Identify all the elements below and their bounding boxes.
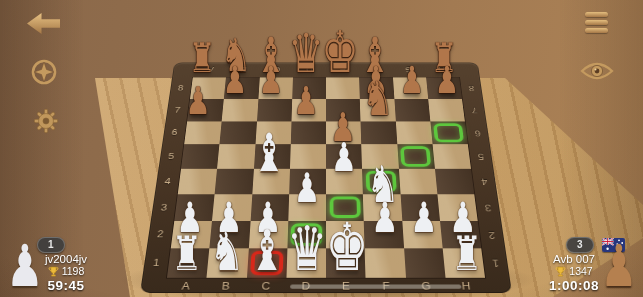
square-b4[interactable] [215,169,254,194]
square-c1[interactable] [246,249,287,278]
player-white-rating: 1198 [62,265,85,277]
square-c7[interactable] [257,99,292,121]
square-h4[interactable] [435,169,475,194]
file-label-top-E: E [326,64,359,75]
rank-label-1: 1 [142,249,169,278]
square-e4[interactable] [326,169,363,194]
player-black-badge: 3 [566,237,594,253]
file-label-A: A [165,279,207,293]
square-f8[interactable] [359,77,394,98]
square-b6[interactable] [220,121,257,144]
rank-label-right-5: 5 [469,144,494,168]
file-label-top-D: D [293,64,326,75]
square-f4[interactable] [362,169,400,194]
square-h8[interactable] [426,77,462,98]
square-e8[interactable] [326,77,360,98]
file-label-top-H: H [425,64,459,75]
board-edge-highlight [290,284,461,288]
square-a1[interactable] [167,249,210,278]
file-label-C: C [246,279,287,293]
square-e7[interactable] [326,99,361,121]
trophy-icon [48,266,59,277]
square-d7[interactable] [291,99,326,121]
square-a5[interactable] [181,144,220,168]
square-b8[interactable] [224,77,259,98]
rank-label-4: 4 [155,169,180,194]
chess-app-screen: ABCDEFGH ABCDEFGH 12345678 12345678 ♜♞♝♛… [0,0,643,297]
square-g8[interactable] [393,77,428,98]
square-g6[interactable] [395,121,432,144]
square-f2[interactable] [364,221,404,249]
player-black-clock: 1:00:08 [535,278,613,293]
square-d3[interactable] [288,194,326,221]
square-f1[interactable] [365,249,406,278]
square-h1[interactable] [442,249,485,278]
square-d4[interactable] [289,169,326,194]
rank-label-6: 6 [162,121,186,144]
square-c2[interactable] [248,221,288,249]
file-label-B: B [205,279,246,293]
square-h7[interactable] [428,99,465,121]
menu-icon[interactable] [585,12,608,36]
eye-icon[interactable] [580,60,614,82]
square-h6[interactable] [430,121,468,144]
rank-label-right-4: 4 [472,169,497,194]
rank-label-right-6: 6 [466,121,490,144]
square-c3[interactable] [250,194,289,221]
square-e2[interactable] [326,221,365,249]
gear-icon[interactable] [32,106,60,136]
menu-bar [585,28,608,33]
square-g7[interactable] [394,99,430,121]
square-a7[interactable] [187,99,224,121]
rank-label-8: 8 [169,77,192,98]
square-a8[interactable] [190,77,226,98]
file-label-top-A: A [193,64,227,75]
file-label-top-G: G [392,64,426,75]
file-labels-top: ABCDEFGH [193,64,459,75]
player-black-name: Avb 007 [535,253,613,265]
square-h3[interactable] [437,194,477,221]
square-a3[interactable] [174,194,214,221]
square-d5[interactable] [290,144,326,168]
square-b1[interactable] [207,249,249,278]
square-g1[interactable] [404,249,446,278]
board-squares [167,77,485,277]
rank-label-7: 7 [166,99,190,121]
square-a2[interactable] [171,221,213,249]
trophy-icon [555,266,566,277]
player-white-panel: jv2004jv 1198 59:45 [27,253,105,293]
square-a4[interactable] [178,169,218,194]
square-d2[interactable] [287,221,326,249]
square-d6[interactable] [291,121,326,144]
square-c4[interactable] [252,169,290,194]
square-g2[interactable] [402,221,443,249]
file-label-top-C: C [260,64,294,75]
square-e6[interactable] [326,121,361,144]
file-label-top-B: B [226,64,260,75]
square-d8[interactable] [292,77,326,98]
rank-label-3: 3 [151,194,177,221]
player-black-panel: Avb 007 1347 1:00:08 [535,253,613,293]
player-black-rating-row: 1347 [535,265,613,277]
menu-bar [585,12,608,17]
compass-icon[interactable] [30,58,58,86]
player-white-clock: 59:45 [27,278,105,293]
rank-label-right-8: 8 [460,77,483,98]
chess-board: ABCDEFGH ABCDEFGH 12345678 12345678 [140,62,512,293]
square-a6[interactable] [184,121,222,144]
square-f5[interactable] [361,144,398,168]
rank-label-right-3: 3 [475,194,501,221]
square-g3[interactable] [400,194,440,221]
rank-label-right-7: 7 [463,99,487,121]
square-h5[interactable] [432,144,471,168]
player-black-rating: 1347 [569,265,592,277]
square-e1[interactable] [326,249,366,278]
square-b5[interactable] [217,144,255,168]
square-f6[interactable] [361,121,397,144]
rank-label-right-1: 1 [482,249,509,278]
player-white-name: jv2004jv [27,253,105,265]
player-white-rating-row: 1198 [27,265,105,277]
square-d1[interactable] [286,249,326,278]
rank-label-2: 2 [147,221,174,249]
square-c6[interactable] [255,121,291,144]
square-b2[interactable] [210,221,251,249]
rank-label-right-2: 2 [479,221,506,249]
square-g5[interactable] [397,144,435,168]
square-c5[interactable] [254,144,291,168]
square-c8[interactable] [258,77,293,98]
file-label-top-F: F [359,64,393,75]
square-b3[interactable] [212,194,252,221]
menu-bar [585,20,608,25]
square-f7[interactable] [360,99,395,121]
square-b7[interactable] [222,99,258,121]
rank-label-5: 5 [159,144,184,168]
square-e3[interactable] [326,194,364,221]
square-e5[interactable] [326,144,362,168]
square-f3[interactable] [363,194,402,221]
square-g4[interactable] [398,169,437,194]
square-h2[interactable] [440,221,482,249]
